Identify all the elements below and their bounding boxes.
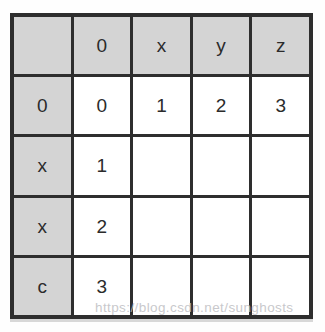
cell-r2-c2 — [133, 137, 190, 194]
cell-r4-c0: c — [14, 258, 71, 315]
cell-r4-c4 — [252, 258, 309, 315]
cell-r1-c1: 0 — [74, 77, 131, 134]
cell-r3-c0: x — [14, 198, 71, 255]
cell-r3-c1: 2 — [74, 198, 131, 255]
cell-r0-c0 — [14, 17, 71, 74]
cell-r0-c3: y — [193, 17, 250, 74]
cell-r1-c4: 3 — [252, 77, 309, 134]
cell-r2-c1: 1 — [74, 137, 131, 194]
cell-r4-c3 — [193, 258, 250, 315]
cell-r0-c1: 0 — [74, 17, 131, 74]
cell-r0-c4: z — [252, 17, 309, 74]
cell-r3-c3 — [193, 198, 250, 255]
cell-r0-c2: x — [133, 17, 190, 74]
cell-r1-c3: 2 — [193, 77, 250, 134]
page: 0xyz00123x1x2c3 https://blog.csdn.net/su… — [0, 0, 325, 332]
cell-r3-c4 — [252, 198, 309, 255]
cell-r4-c1: 3 — [74, 258, 131, 315]
dp-table-grid: 0xyz00123x1x2c3 — [10, 13, 313, 319]
cell-r2-c4 — [252, 137, 309, 194]
cell-r2-c0: x — [14, 137, 71, 194]
cell-r3-c2 — [133, 198, 190, 255]
cell-r1-c2: 1 — [133, 77, 190, 134]
cell-r1-c0: 0 — [14, 77, 71, 134]
cell-r2-c3 — [193, 137, 250, 194]
cell-r4-c2 — [133, 258, 190, 315]
